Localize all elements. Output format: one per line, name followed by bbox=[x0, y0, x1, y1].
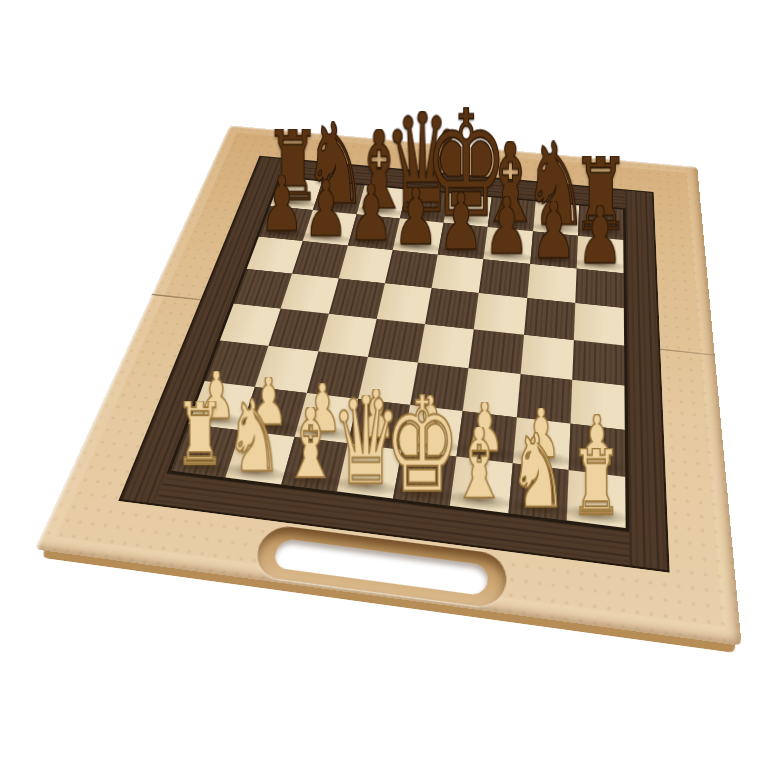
chess-board: ♜♞♝♛♚♝♞♜♟♟♟♟♟♟♟♟♟♟♟♟♟♟♟♟♜♞♝♛♚♝♞♜ bbox=[35, 125, 742, 646]
square-h2: ♟ bbox=[568, 423, 625, 477]
square-e5 bbox=[425, 288, 479, 329]
square-h5 bbox=[574, 303, 625, 346]
square-h7: ♟ bbox=[576, 236, 623, 273]
square-d3 bbox=[358, 357, 418, 404]
square-e4 bbox=[418, 324, 474, 368]
square-e6 bbox=[432, 254, 484, 293]
square-f6 bbox=[479, 259, 530, 298]
square-h1: ♜ bbox=[566, 470, 625, 528]
square-e3 bbox=[410, 363, 468, 411]
square-g5 bbox=[524, 298, 576, 340]
square-d5 bbox=[376, 283, 431, 324]
square-f5 bbox=[474, 293, 527, 335]
square-b5 bbox=[281, 273, 338, 313]
square-h4 bbox=[572, 340, 624, 386]
square-h8: ♜ bbox=[578, 206, 624, 241]
photo-canvas: ♜♞♝♛♚♝♞♜♟♟♟♟♟♟♟♟♟♟♟♟♟♟♟♟♜♞♝♛♚♝♞♜ bbox=[0, 0, 768, 768]
square-h3 bbox=[570, 380, 625, 429]
